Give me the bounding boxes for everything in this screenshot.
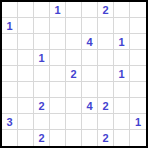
clue-number: 2 [102,98,108,114]
cell-r2c7: 1 [114,34,130,50]
cell-r2c6[interactable] [98,34,114,50]
cell-r7c4[interactable] [66,114,82,130]
clue-number: 1 [6,18,12,34]
cell-r5c8[interactable] [130,82,146,98]
cell-r2c3[interactable] [50,34,66,50]
cell-r7c6[interactable] [98,114,114,130]
cell-r2c8[interactable] [130,34,146,50]
cell-r1c4[interactable] [66,18,82,34]
cell-r6c8[interactable] [130,98,146,114]
clue-number: 4 [86,34,92,50]
cell-r3c5[interactable] [82,50,98,66]
cell-r6c4[interactable] [66,98,82,114]
cell-r8c8[interactable] [130,130,146,146]
cell-r4c5[interactable] [82,66,98,82]
cell-r5c5[interactable] [82,82,98,98]
cell-r1c6[interactable] [98,18,114,34]
cell-r0c1[interactable] [18,2,34,18]
cell-r4c3[interactable] [50,66,66,82]
cell-r2c4[interactable] [66,34,82,50]
cell-r5c6[interactable] [98,82,114,98]
cell-r7c8: 1 [130,114,146,130]
cell-r8c2: 2 [34,130,50,146]
cell-r2c2[interactable] [34,34,50,50]
cell-r3c8[interactable] [130,50,146,66]
cell-r4c8[interactable] [130,66,146,82]
cell-r8c1[interactable] [18,130,34,146]
cell-r3c7[interactable] [114,50,130,66]
clue-number: 2 [70,66,76,82]
cell-r4c2[interactable] [34,66,50,82]
cell-r0c6: 2 [98,2,114,18]
cell-r0c0[interactable] [2,2,18,18]
cell-r8c6: 2 [98,130,114,146]
clue-number: 4 [86,98,92,114]
cell-r3c3[interactable] [50,50,66,66]
clue-number: 1 [54,2,60,18]
cell-r4c6[interactable] [98,66,114,82]
clue-number: 2 [102,130,108,146]
cell-r0c5[interactable] [82,2,98,18]
cell-r0c8[interactable] [130,2,146,18]
cell-r8c3[interactable] [50,130,66,146]
cell-r3c2: 1 [34,50,50,66]
cell-r7c1[interactable] [18,114,34,130]
cell-r0c3: 1 [50,2,66,18]
cell-r6c1[interactable] [18,98,34,114]
cell-r2c1[interactable] [18,34,34,50]
clue-number: 3 [6,114,12,130]
cell-r1c1[interactable] [18,18,34,34]
cell-r3c1[interactable] [18,50,34,66]
cell-r5c3[interactable] [50,82,66,98]
clue-number: 1 [38,50,44,66]
cell-r0c2[interactable] [34,2,50,18]
cell-r5c1[interactable] [18,82,34,98]
cell-r7c0: 3 [2,114,18,130]
clue-number: 2 [102,2,108,18]
cell-r6c2: 2 [34,98,50,114]
cell-r6c3[interactable] [50,98,66,114]
clue-number: 2 [38,130,44,146]
cell-r1c0: 1 [2,18,18,34]
cell-r3c4[interactable] [66,50,82,66]
cell-r3c0[interactable] [2,50,18,66]
cell-r0c4[interactable] [66,2,82,18]
cell-r8c0[interactable] [2,130,18,146]
cell-r3c6[interactable] [98,50,114,66]
cell-r5c2[interactable] [34,82,50,98]
cell-r4c1[interactable] [18,66,34,82]
cell-r0c7[interactable] [114,2,130,18]
cell-r1c2[interactable] [34,18,50,34]
cell-r5c4[interactable] [66,82,82,98]
clue-number: 2 [38,98,44,114]
cell-r8c5[interactable] [82,130,98,146]
cell-r4c0[interactable] [2,66,18,82]
cell-r7c7[interactable] [114,114,130,130]
clue-number: 1 [118,34,124,50]
cell-r2c5: 4 [82,34,98,50]
cell-r4c4: 2 [66,66,82,82]
cell-r8c7[interactable] [114,130,130,146]
cell-r6c7[interactable] [114,98,130,114]
cell-r1c3[interactable] [50,18,66,34]
cell-r8c4[interactable] [66,130,82,146]
cell-r1c5[interactable] [82,18,98,34]
cell-r5c7[interactable] [114,82,130,98]
cell-r7c2[interactable] [34,114,50,130]
cell-r4c7: 1 [114,66,130,82]
cell-r6c5: 4 [82,98,98,114]
cell-r5c0[interactable] [2,82,18,98]
cell-r7c3[interactable] [50,114,66,130]
cell-r7c5[interactable] [82,114,98,130]
cell-r1c7[interactable] [114,18,130,34]
puzzle-board: 121411212423122 [0,0,148,148]
clue-number: 1 [118,66,124,82]
cell-r6c6: 2 [98,98,114,114]
cell-r6c0[interactable] [2,98,18,114]
cell-r1c8[interactable] [130,18,146,34]
cell-r2c0[interactable] [2,34,18,50]
clue-number: 1 [135,114,141,130]
